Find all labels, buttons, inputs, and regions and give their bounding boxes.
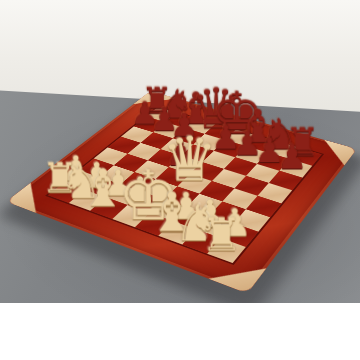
chessboard-scene: ♜♞♝♛♚♝♞♜♟♟♟♟♟♟♟♟♛♟♟♟♟♟♟♟♟♜♞♝♚♝♞♜ bbox=[62, 46, 318, 302]
square-h1: ♜ bbox=[207, 238, 246, 263]
square-h7: ♟ bbox=[279, 159, 312, 178]
photo-bottom-margin bbox=[0, 303, 360, 360]
photo-canvas: ♜♞♝♛♚♝♞♜♟♟♟♟♟♟♟♟♛♟♟♟♟♟♟♟♟♜♞♝♚♝♞♜ bbox=[0, 0, 360, 360]
piece-red-pawn-h7: ♟ bbox=[276, 139, 306, 173]
piece-cream-rook-h1: ♜ bbox=[200, 211, 241, 257]
